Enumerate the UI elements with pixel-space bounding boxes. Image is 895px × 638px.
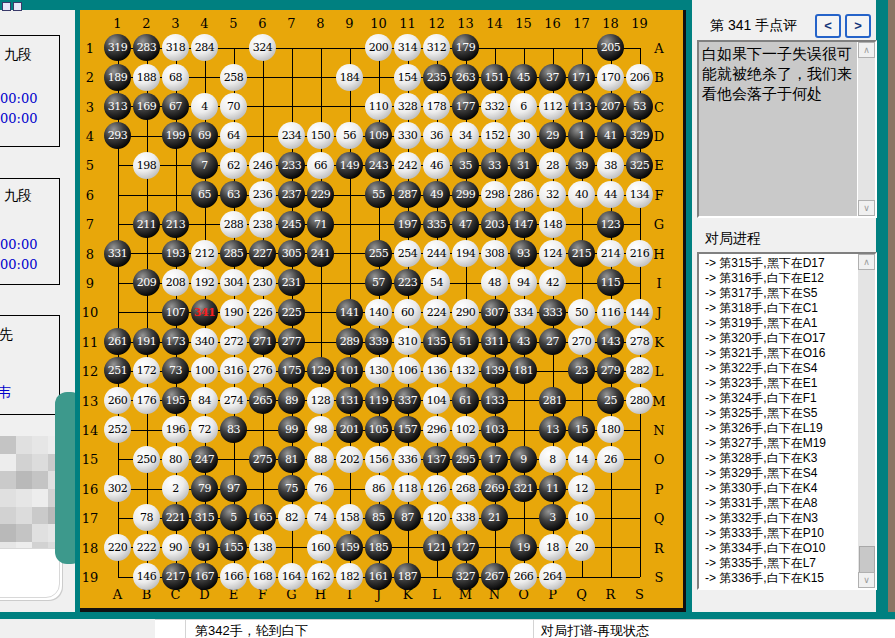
board-cell[interactable]: 105 — [364, 415, 393, 444]
board-cell[interactable]: 161 — [364, 562, 393, 591]
board-cell[interactable]: 308 — [480, 239, 509, 268]
board-cell[interactable]: 243 — [364, 151, 393, 180]
board-cell[interactable]: 141 — [335, 298, 364, 327]
board-cell[interactable]: 67 — [161, 92, 190, 121]
board-cell[interactable]: 106 — [393, 356, 422, 385]
move-list-item[interactable]: -> 第331手,黑下在A8 — [705, 496, 860, 511]
board-cell[interactable]: 334 — [509, 298, 538, 327]
board-cell[interactable]: 227 — [248, 239, 277, 268]
board-cell[interactable]: 298 — [480, 180, 509, 209]
board-cell[interactable]: 7 — [190, 151, 219, 180]
board-cell[interactable]: 216 — [625, 239, 654, 268]
board-cell[interactable]: 170 — [596, 62, 625, 91]
scroll-down-icon[interactable]: ∨ — [858, 200, 875, 216]
move-list-item[interactable]: -> 第321手,黑下在O16 — [705, 346, 860, 361]
board-cell[interactable]: 137 — [422, 444, 451, 473]
board-cell[interactable]: 325 — [625, 151, 654, 180]
board-cell[interactable]: 148 — [538, 209, 567, 238]
board-cell[interactable]: 195 — [161, 386, 190, 415]
board-cell[interactable]: 321 — [509, 474, 538, 503]
board-cell[interactable]: 72 — [190, 415, 219, 444]
board-cell[interactable]: 133 — [480, 386, 509, 415]
board-cell[interactable]: 120 — [422, 503, 451, 532]
board-cell[interactable]: 265 — [248, 386, 277, 415]
board-cell[interactable]: 162 — [306, 562, 335, 591]
board-cell[interactable]: 70 — [219, 92, 248, 121]
board-cell[interactable]: 224 — [422, 298, 451, 327]
board-cell[interactable]: 164 — [277, 562, 306, 591]
board-cell[interactable]: 154 — [393, 62, 422, 91]
board-cell[interactable]: 181 — [509, 356, 538, 385]
board-cell[interactable]: 11 — [538, 474, 567, 503]
board-cell[interactable]: 261 — [103, 327, 132, 356]
board-cell[interactable]: 156 — [364, 444, 393, 473]
board-cell[interactable]: 315 — [190, 503, 219, 532]
board-cell[interactable]: 56 — [335, 121, 364, 150]
board-cell[interactable]: 19 — [509, 533, 538, 562]
board-cell[interactable]: 304 — [219, 268, 248, 297]
board-cell[interactable]: 295 — [451, 444, 480, 473]
board-cell[interactable]: 230 — [248, 268, 277, 297]
board-cell[interactable]: 339 — [364, 327, 393, 356]
board-cell[interactable]: 97 — [219, 474, 248, 503]
board-cell[interactable] — [364, 209, 393, 238]
board-cell[interactable]: 229 — [306, 180, 335, 209]
board-cell[interactable]: 149 — [335, 151, 364, 180]
board-cell[interactable]: 290 — [451, 298, 480, 327]
board-cell[interactable]: 29 — [538, 121, 567, 150]
board-cell[interactable]: 43 — [509, 327, 538, 356]
board-cell[interactable]: 127 — [451, 533, 480, 562]
move-list-item[interactable]: -> 第322手,白下在S4 — [705, 361, 860, 376]
board-cell[interactable] — [132, 180, 161, 209]
board-cell[interactable] — [248, 92, 277, 121]
board-cell[interactable] — [103, 180, 132, 209]
board-cell[interactable] — [219, 33, 248, 62]
board-cell[interactable]: 189 — [103, 62, 132, 91]
board-cell[interactable]: 3 — [538, 503, 567, 532]
board-cell[interactable]: 36 — [422, 121, 451, 150]
board-cell[interactable]: 140 — [364, 298, 393, 327]
board-cell[interactable] — [103, 444, 132, 473]
board-cell[interactable]: 128 — [306, 386, 335, 415]
board-cell[interactable]: 293 — [103, 121, 132, 150]
board-cell[interactable]: 26 — [596, 444, 625, 473]
board-cell[interactable]: 214 — [596, 239, 625, 268]
board-cell[interactable] — [335, 180, 364, 209]
board-cell[interactable] — [103, 209, 132, 238]
board-cell[interactable]: 79 — [190, 474, 219, 503]
board-cell[interactable] — [132, 415, 161, 444]
board-cell[interactable] — [248, 415, 277, 444]
board-cell[interactable]: 330 — [393, 121, 422, 150]
board-cell[interactable]: 14 — [567, 444, 596, 473]
board-cell[interactable]: 191 — [132, 327, 161, 356]
board-cell[interactable]: 155 — [219, 533, 248, 562]
board-cell[interactable]: 203 — [480, 209, 509, 238]
board-cell[interactable]: 68 — [161, 62, 190, 91]
board-cell[interactable]: 89 — [277, 386, 306, 415]
board-cell[interactable] — [306, 268, 335, 297]
board-cell[interactable]: 27 — [538, 327, 567, 356]
board-cell[interactable]: 100 — [190, 356, 219, 385]
board-cell[interactable] — [625, 503, 654, 532]
board-cell[interactable]: 331 — [103, 239, 132, 268]
board-cell[interactable]: 104 — [422, 386, 451, 415]
board-cell[interactable]: 187 — [393, 562, 422, 591]
board-cell[interactable]: 312 — [422, 33, 451, 62]
board-cell[interactable] — [538, 33, 567, 62]
board-cell[interactable]: 176 — [132, 386, 161, 415]
board-cell[interactable]: 63 — [219, 180, 248, 209]
board-cell[interactable]: 193 — [161, 239, 190, 268]
board-cell[interactable]: 269 — [480, 474, 509, 503]
board-cell[interactable] — [625, 33, 654, 62]
board-cell[interactable]: 33 — [480, 151, 509, 180]
board-cell[interactable]: 221 — [161, 503, 190, 532]
board-cell[interactable]: 338 — [451, 503, 480, 532]
board-cell[interactable]: 93 — [509, 239, 538, 268]
board-cell[interactable]: 13 — [538, 415, 567, 444]
board-cell[interactable]: 175 — [277, 356, 306, 385]
board-cell[interactable]: 41 — [596, 121, 625, 150]
board-cell[interactable] — [132, 239, 161, 268]
board-cell[interactable] — [306, 327, 335, 356]
board-cell[interactable]: 69 — [190, 121, 219, 150]
board-cell[interactable]: 94 — [509, 268, 538, 297]
board-cell[interactable]: 179 — [451, 33, 480, 62]
board-cell[interactable]: 167 — [190, 562, 219, 591]
board-cell[interactable]: 190 — [219, 298, 248, 327]
board-cell[interactable]: 17 — [480, 444, 509, 473]
board-cell[interactable]: 99 — [277, 415, 306, 444]
board-cell[interactable]: 222 — [132, 533, 161, 562]
move-list-item[interactable]: -> 第320手,白下在O17 — [705, 331, 860, 346]
board-cell[interactable] — [509, 33, 538, 62]
board-cell[interactable]: 158 — [335, 503, 364, 532]
board-cell[interactable] — [335, 209, 364, 238]
board-cell[interactable]: 223 — [393, 268, 422, 297]
board-cell[interactable]: 192 — [190, 268, 219, 297]
board-cell[interactable]: 126 — [422, 474, 451, 503]
move-list-item[interactable]: -> 第317手,黑下在S5 — [705, 286, 860, 301]
board-cell[interactable] — [596, 474, 625, 503]
board-cell[interactable]: 237 — [277, 180, 306, 209]
board-cell[interactable]: 82 — [277, 503, 306, 532]
board-cell[interactable]: 180 — [596, 415, 625, 444]
board-cell[interactable]: 50 — [567, 298, 596, 327]
board-cell[interactable]: 263 — [451, 62, 480, 91]
board-cell[interactable] — [248, 474, 277, 503]
board-cell[interactable]: 209 — [132, 268, 161, 297]
board-cell[interactable] — [480, 533, 509, 562]
move-list-item[interactable]: -> 第330手,白下在K4 — [705, 481, 860, 496]
board-cell[interactable]: 279 — [596, 356, 625, 385]
scroll-up-icon[interactable]: ∧ — [858, 42, 875, 58]
board-cell[interactable]: 86 — [364, 474, 393, 503]
board-cell[interactable]: 150 — [306, 121, 335, 150]
board-cell[interactable]: 84 — [190, 386, 219, 415]
board-cell[interactable]: 144 — [625, 298, 654, 327]
board-cell[interactable]: 49 — [422, 180, 451, 209]
board-cell[interactable] — [509, 415, 538, 444]
move-list-scrollbar[interactable]: ∧ ∨ — [857, 254, 875, 588]
board-cell[interactable]: 113 — [567, 92, 596, 121]
board-cell[interactable]: 25 — [596, 386, 625, 415]
board-cell[interactable]: 64 — [219, 121, 248, 150]
board-cell[interactable]: 30 — [509, 121, 538, 150]
board-cell[interactable]: 333 — [538, 298, 567, 327]
board-cell[interactable] — [567, 209, 596, 238]
move-list-item[interactable]: -> 第334手,白下在O10 — [705, 541, 860, 556]
board-cell[interactable] — [103, 268, 132, 297]
board-cell[interactable]: 23 — [567, 356, 596, 385]
board-cell[interactable]: 310 — [393, 327, 422, 356]
board-cell[interactable] — [335, 33, 364, 62]
board-cell[interactable]: 268 — [451, 474, 480, 503]
board-cell[interactable] — [335, 268, 364, 297]
move-list-item[interactable]: -> 第324手,白下在F1 — [705, 391, 860, 406]
board-cell[interactable]: 270 — [567, 327, 596, 356]
board-cell[interactable]: 123 — [596, 209, 625, 238]
board-cell[interactable]: 299 — [451, 180, 480, 209]
board-cell[interactable] — [509, 503, 538, 532]
board-cell[interactable]: 217 — [161, 562, 190, 591]
board-cell[interactable]: 278 — [625, 327, 654, 356]
board-cell[interactable]: 242 — [393, 151, 422, 180]
board-cell[interactable]: 118 — [393, 474, 422, 503]
board-cell[interactable]: 146 — [132, 562, 161, 591]
board-cell[interactable]: 335 — [422, 209, 451, 238]
board-cell[interactable]: 53 — [625, 92, 654, 121]
board-cell[interactable]: 62 — [219, 151, 248, 180]
board-cell[interactable]: 188 — [132, 62, 161, 91]
board-cell[interactable]: 39 — [567, 151, 596, 180]
move-list-item[interactable]: -> 第318手,白下在C1 — [705, 301, 860, 316]
board-cell[interactable]: 234 — [277, 121, 306, 150]
board-cell[interactable]: 87 — [393, 503, 422, 532]
board-cell[interactable]: 46 — [422, 151, 451, 180]
board-cell[interactable]: 73 — [161, 356, 190, 385]
board-cell[interactable]: 284 — [190, 33, 219, 62]
board-cell[interactable]: 184 — [335, 62, 364, 91]
board-cell[interactable]: 206 — [625, 62, 654, 91]
scroll-up-icon[interactable]: ∧ — [858, 254, 875, 270]
board-cell[interactable]: 328 — [393, 92, 422, 121]
board-cell[interactable]: 90 — [161, 533, 190, 562]
board-cell[interactable]: 198 — [132, 151, 161, 180]
move-list-box[interactable]: -> 第315手,黑下在D17-> 第316手,白下在E12-> 第317手,黑… — [697, 252, 877, 590]
board-cell[interactable]: 329 — [625, 121, 654, 150]
board-cell[interactable] — [567, 386, 596, 415]
board-cell[interactable]: 327 — [451, 562, 480, 591]
board-cell[interactable]: 119 — [364, 386, 393, 415]
board-cell[interactable]: 236 — [248, 180, 277, 209]
board-cell[interactable]: 10 — [567, 503, 596, 532]
board-cell[interactable]: 45 — [509, 62, 538, 91]
comment-scrollbar[interactable]: ∧ ∨ — [857, 42, 875, 216]
board-cell[interactable]: 85 — [364, 503, 393, 532]
board-cell[interactable]: 281 — [538, 386, 567, 415]
move-list-item[interactable]: -> 第328手,白下在K3 — [705, 451, 860, 466]
board-cell[interactable]: 136 — [422, 356, 451, 385]
board-cell[interactable]: 247 — [190, 444, 219, 473]
board-cell[interactable]: 238 — [248, 209, 277, 238]
board-cell[interactable]: 285 — [219, 239, 248, 268]
board-cell[interactable]: 231 — [277, 268, 306, 297]
board-cell[interactable]: 200 — [364, 33, 393, 62]
board-cell[interactable]: 42 — [538, 268, 567, 297]
board-cell[interactable]: 78 — [132, 503, 161, 532]
board-cell[interactable] — [161, 180, 190, 209]
board-cell[interactable]: 1 — [567, 121, 596, 150]
board-cell[interactable] — [190, 62, 219, 91]
board-cell[interactable] — [625, 209, 654, 238]
board-cell[interactable]: 147 — [509, 209, 538, 238]
board-cell[interactable]: 57 — [364, 268, 393, 297]
move-list-item[interactable]: -> 第333手,黑下在P10 — [705, 526, 860, 541]
board-cell[interactable] — [596, 503, 625, 532]
board-cell[interactable]: 296 — [422, 415, 451, 444]
board-cell[interactable]: 112 — [538, 92, 567, 121]
board-cell[interactable]: 311 — [480, 327, 509, 356]
board-cell[interactable]: 336 — [393, 444, 422, 473]
board-cell[interactable]: 102 — [451, 415, 480, 444]
board-cell[interactable]: 54 — [422, 268, 451, 297]
move-list-item[interactable]: -> 第315手,黑下在D17 — [705, 256, 860, 271]
board-cell[interactable]: 131 — [335, 386, 364, 415]
board-cell[interactable]: 98 — [306, 415, 335, 444]
board-cell[interactable]: 110 — [364, 92, 393, 121]
board-cell[interactable]: 88 — [306, 444, 335, 473]
board-cell[interactable] — [567, 33, 596, 62]
board-cell[interactable]: 177 — [451, 92, 480, 121]
move-list-item[interactable]: -> 第316手,白下在E12 — [705, 271, 860, 286]
board-cell[interactable]: 83 — [219, 415, 248, 444]
board-cell[interactable]: 4 — [190, 92, 219, 121]
board-cell[interactable]: 35 — [451, 151, 480, 180]
board-cell[interactable]: 313 — [103, 92, 132, 121]
comment-textarea[interactable]: 白如果下一子失误很可能就被绝杀了，我们来看他会落子于何处 ∧ ∨ — [697, 40, 877, 218]
titlebar-icon[interactable] — [2, 2, 11, 11]
board-cell[interactable]: 245 — [277, 209, 306, 238]
board-cell[interactable] — [277, 33, 306, 62]
board-cell[interactable]: 47 — [451, 209, 480, 238]
board-cell[interactable]: 233 — [277, 151, 306, 180]
board-cell[interactable]: 20 — [567, 533, 596, 562]
board-cell[interactable]: 332 — [480, 92, 509, 121]
board-cell[interactable]: 220 — [103, 533, 132, 562]
board-cell[interactable]: 337 — [393, 386, 422, 415]
board-cell[interactable] — [103, 503, 132, 532]
board-cell[interactable]: 130 — [364, 356, 393, 385]
board-cell[interactable]: 74 — [306, 503, 335, 532]
board-cell[interactable]: 246 — [248, 151, 277, 180]
board-cell[interactable]: 316 — [219, 356, 248, 385]
board-cell[interactable]: 244 — [422, 239, 451, 268]
board-cell[interactable]: 18 — [538, 533, 567, 562]
board-cell[interactable] — [132, 121, 161, 150]
board-cell[interactable] — [335, 92, 364, 121]
board-cell[interactable]: 28 — [538, 151, 567, 180]
board-cell[interactable]: 40 — [567, 180, 596, 209]
board-cell[interactable]: 31 — [509, 151, 538, 180]
board-cell[interactable]: 260 — [103, 386, 132, 415]
board-cell[interactable]: 255 — [364, 239, 393, 268]
board-cell[interactable]: 288 — [219, 209, 248, 238]
board-cell[interactable]: 15 — [567, 415, 596, 444]
board-cell[interactable]: 21 — [480, 503, 509, 532]
board-cell[interactable]: 76 — [306, 474, 335, 503]
board-cell[interactable]: 48 — [480, 268, 509, 297]
move-list-item[interactable]: -> 第336手,白下在K15 — [705, 571, 860, 586]
scroll-down-icon[interactable]: ∨ — [858, 572, 875, 588]
board-cell[interactable]: 213 — [161, 209, 190, 238]
board-cell[interactable]: 55 — [364, 180, 393, 209]
board-cell[interactable]: 139 — [480, 356, 509, 385]
board-cell[interactable]: 264 — [538, 562, 567, 591]
board-cell[interactable]: 103 — [480, 415, 509, 444]
board-cell[interactable] — [161, 151, 190, 180]
board-cell[interactable]: 91 — [190, 533, 219, 562]
board-cell[interactable]: 135 — [422, 327, 451, 356]
board-cell[interactable]: 314 — [393, 33, 422, 62]
board-cell[interactable]: 121 — [422, 533, 451, 562]
board-cell[interactable] — [277, 533, 306, 562]
board-cell[interactable] — [509, 386, 538, 415]
board-cell[interactable] — [538, 356, 567, 385]
board-cell[interactable]: 225 — [277, 298, 306, 327]
board-cell[interactable]: 197 — [393, 209, 422, 238]
board-cell[interactable] — [625, 268, 654, 297]
titlebar-icon[interactable] — [13, 2, 22, 11]
board-cell[interactable]: 235 — [422, 62, 451, 91]
board-cell[interactable]: 341 — [190, 298, 219, 327]
board-cell[interactable]: 185 — [364, 533, 393, 562]
board-cell[interactable]: 194 — [451, 239, 480, 268]
board-cell[interactable]: 32 — [538, 180, 567, 209]
board-cell[interactable]: 215 — [567, 239, 596, 268]
next-comment-button[interactable]: > — [845, 14, 871, 38]
board-cell[interactable] — [625, 474, 654, 503]
board-cell[interactable] — [625, 415, 654, 444]
board-cell[interactable]: 71 — [306, 209, 335, 238]
board-cell[interactable]: 51 — [451, 327, 480, 356]
prev-comment-button[interactable]: < — [815, 14, 841, 38]
board-cell[interactable]: 324 — [248, 33, 277, 62]
board-cell[interactable]: 60 — [393, 298, 422, 327]
board-cell[interactable]: 286 — [509, 180, 538, 209]
board-cell[interactable]: 12 — [567, 474, 596, 503]
board-cell[interactable]: 152 — [480, 121, 509, 150]
board-cell[interactable]: 2 — [161, 474, 190, 503]
move-list-item[interactable]: -> 第327手,黑下在M19 — [705, 436, 860, 451]
board-cell[interactable]: 212 — [190, 239, 219, 268]
board-cell[interactable]: 272 — [219, 327, 248, 356]
board-cell[interactable]: 115 — [596, 268, 625, 297]
board-cell[interactable]: 205 — [596, 33, 625, 62]
board-cell[interactable] — [277, 92, 306, 121]
board-cell[interactable] — [306, 92, 335, 121]
board-cell[interactable] — [393, 533, 422, 562]
board-cell[interactable]: 283 — [132, 33, 161, 62]
board-cell[interactable]: 276 — [248, 356, 277, 385]
board-cell[interactable] — [248, 62, 277, 91]
board-cell[interactable] — [306, 62, 335, 91]
board-cell[interactable]: 134 — [625, 180, 654, 209]
move-list-item[interactable]: -> 第329手,黑下在S4 — [705, 466, 860, 481]
board-cell[interactable]: 287 — [393, 180, 422, 209]
